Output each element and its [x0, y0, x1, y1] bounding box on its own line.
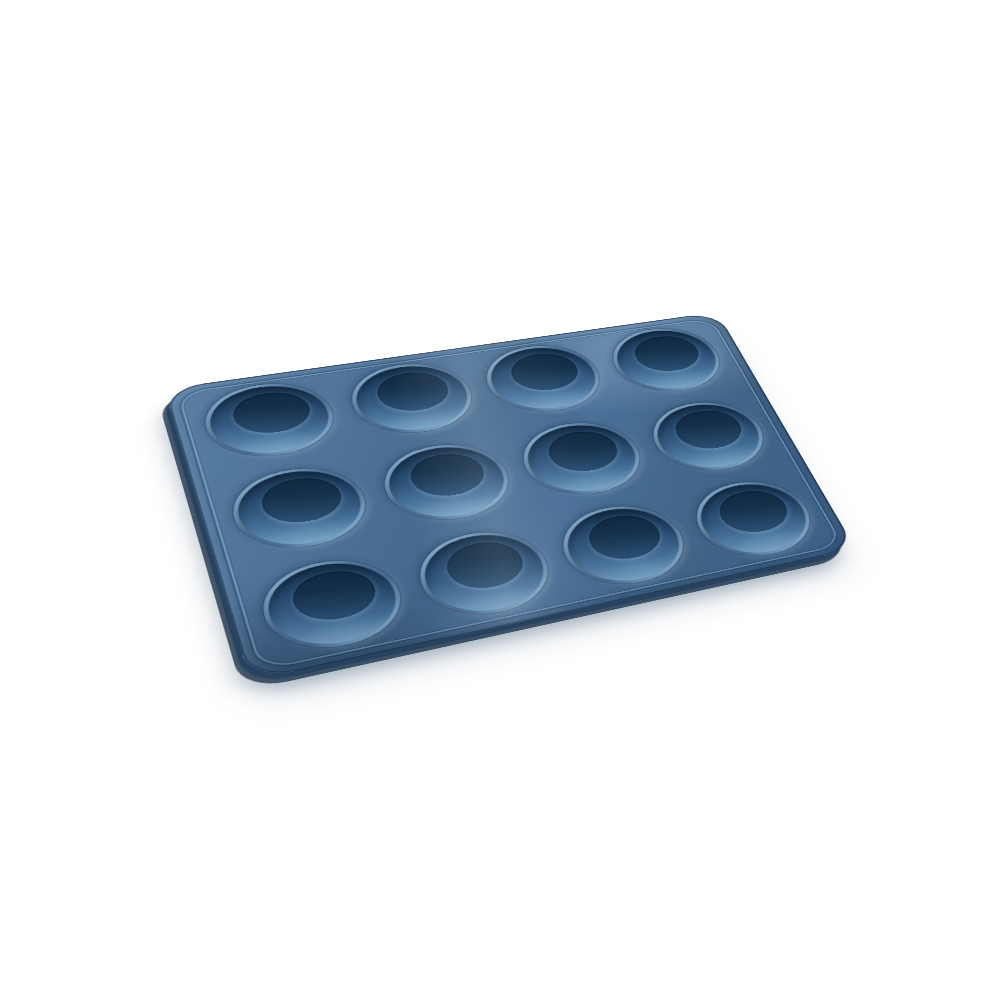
muffin-cup	[511, 415, 654, 502]
muffin-pan	[164, 312, 856, 681]
cup-grid	[164, 312, 856, 681]
muffin-cup	[475, 339, 613, 418]
muffin-cup	[196, 377, 344, 465]
muffin-cup	[341, 357, 484, 440]
muffin-cup	[682, 474, 826, 565]
muffin-cup	[600, 323, 733, 398]
muffin-cup	[550, 497, 699, 594]
muffin-cup	[223, 460, 378, 558]
muffin-cup	[407, 523, 562, 625]
muffin-cup	[252, 551, 414, 660]
product-photo-canvas	[0, 0, 1000, 1000]
muffin-cup	[639, 395, 777, 478]
muffin-cup	[372, 437, 521, 529]
